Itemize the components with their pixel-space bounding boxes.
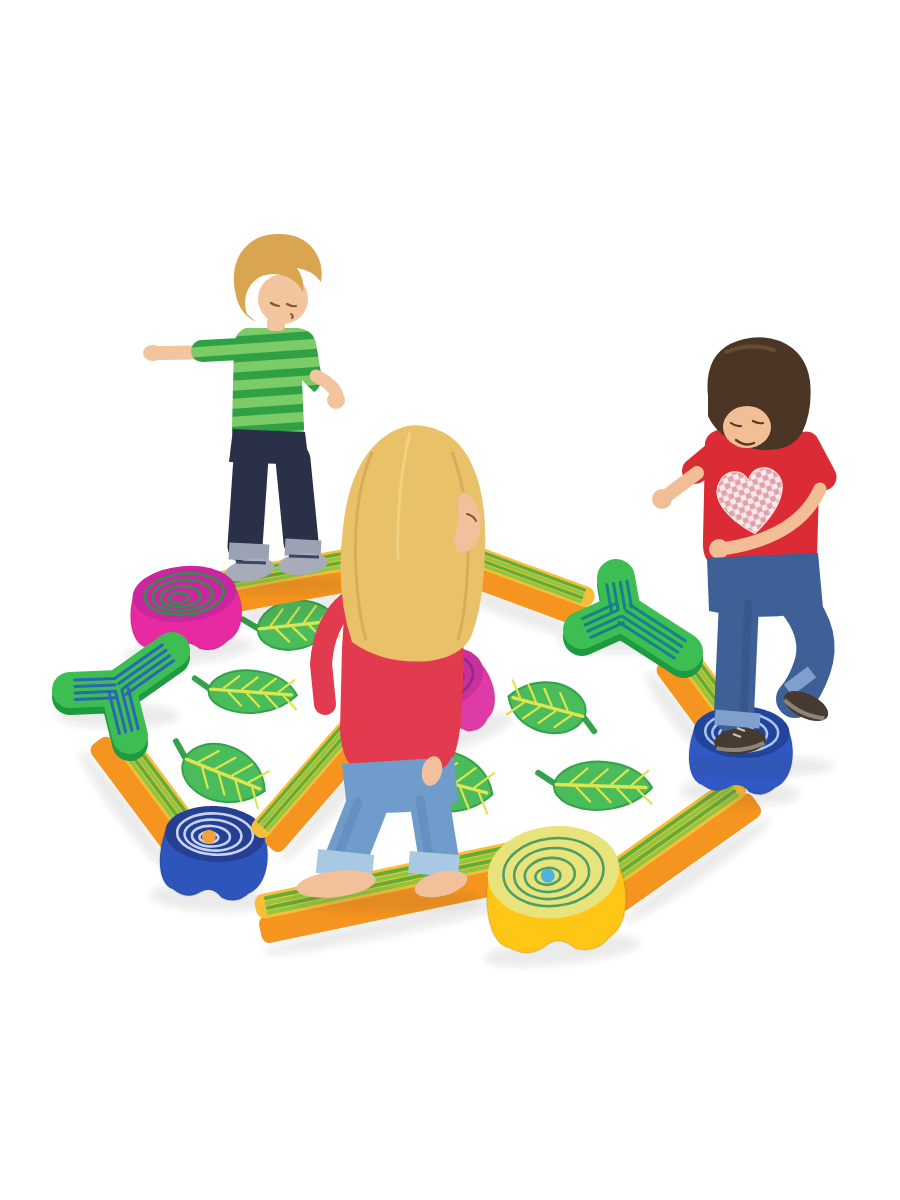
boy-left-leg (245, 458, 251, 546)
heart-child-shadow (690, 756, 834, 776)
heart-child-right-hand (709, 539, 729, 559)
product-photo (0, 0, 900, 1200)
boy-left-hand (143, 345, 163, 361)
heart-child-left-fist (652, 489, 672, 509)
girl-left-cuff (317, 861, 373, 867)
heart-child-right-sleeve (806, 445, 823, 477)
heart-child-face (723, 406, 771, 448)
heart-child-leg-shade (744, 604, 748, 710)
boy-right-leg (293, 460, 301, 542)
girl-right-cuff (409, 862, 459, 866)
boy-right-fist (327, 391, 345, 409)
scene-canvas (0, 0, 900, 1200)
boy-right-sock-stripe (289, 556, 319, 557)
boy-left-cuff (229, 551, 269, 553)
boy-left-sock-stripe (236, 562, 266, 563)
heart-child-left-cuff (715, 717, 760, 721)
heart-child-left-leg (734, 602, 739, 714)
boy-right-cuff (285, 547, 321, 549)
